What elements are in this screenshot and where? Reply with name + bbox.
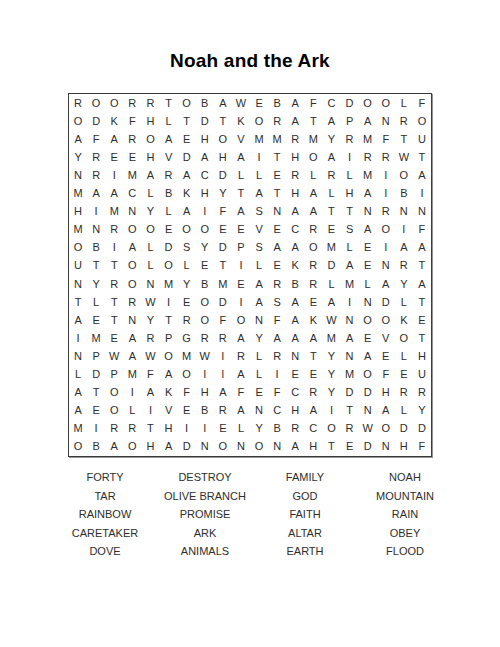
grid-cell: R (268, 347, 286, 365)
grid-cell: O (377, 311, 395, 329)
grid-cell: A (341, 329, 359, 347)
grid-cell: E (87, 402, 105, 420)
grid-cell: T (395, 130, 413, 148)
grid-cell: U (69, 257, 87, 275)
grid-cell: N (232, 438, 250, 456)
grid-cell: N (123, 311, 141, 329)
grid-cell: A (286, 311, 304, 329)
grid-cell: F (232, 384, 250, 402)
grid-cell: T (413, 257, 431, 275)
grid-cell: I (377, 239, 395, 257)
grid-cell: T (413, 148, 431, 166)
grid-cell: Y (250, 329, 268, 347)
grid-cell: O (69, 239, 87, 257)
grid-cell: L (178, 257, 196, 275)
grid-cell: G (178, 329, 196, 347)
grid-cell: H (141, 148, 159, 166)
grid-cell: L (250, 366, 268, 384)
grid-cell: O (377, 221, 395, 239)
grid-cell: N (141, 275, 159, 293)
word-list-item: FLOOD (355, 542, 455, 561)
grid-cell: B (160, 185, 178, 203)
grid-cell: R (304, 275, 322, 293)
grid-cell: N (359, 402, 377, 420)
grid-cell: O (123, 275, 141, 293)
grid-cell: I (141, 402, 159, 420)
grid-cell: N (250, 402, 268, 420)
grid-cell: A (322, 293, 340, 311)
grid-cell: O (359, 311, 377, 329)
grid-cell: N (286, 347, 304, 365)
grid-cell: V (232, 130, 250, 148)
grid-cell: A (304, 402, 322, 420)
grid-cell: A (196, 148, 214, 166)
grid-cell: I (377, 185, 395, 203)
grid-cell: M (322, 329, 340, 347)
grid-cell: E (214, 420, 232, 438)
grid-cell: M (69, 221, 87, 239)
grid-cell: N (395, 203, 413, 221)
grid-cell: O (304, 148, 322, 166)
grid-cell: R (341, 420, 359, 438)
grid-cell: L (250, 257, 268, 275)
grid-cell: O (69, 112, 87, 130)
grid-cell: A (268, 329, 286, 347)
grid-cell: Y (141, 311, 159, 329)
grid-cell: Y (214, 185, 232, 203)
word-list-item: OLIVE BRANCH (155, 487, 255, 506)
grid-cell: H (160, 420, 178, 438)
grid-cell: E (268, 221, 286, 239)
grid-cell: U (413, 130, 431, 148)
grid-cell: A (123, 347, 141, 365)
grid-cell: D (178, 438, 196, 456)
grid-cell: O (105, 94, 123, 112)
grid-cell: H (286, 402, 304, 420)
word-list-item: MOUNTAIN (355, 487, 455, 506)
grid-cell: A (377, 402, 395, 420)
grid-cell: D (214, 166, 232, 184)
grid-cell: D (359, 384, 377, 402)
grid-cell: A (341, 257, 359, 275)
grid-cell: M (87, 329, 105, 347)
grid-cell: N (359, 203, 377, 221)
grid-cell: V (160, 148, 178, 166)
grid-cell: R (268, 112, 286, 130)
word-list-column: FORTYTARRAINBOWCARETAKERDOVE (55, 468, 155, 561)
grid-cell: K (178, 185, 196, 203)
grid-cell: L (322, 275, 340, 293)
grid-cell: D (322, 257, 340, 275)
grid-cell: L (341, 166, 359, 184)
grid-cell: O (250, 112, 268, 130)
grid-cell: A (286, 94, 304, 112)
grid-cell: F (413, 221, 431, 239)
grid-cell: N (377, 257, 395, 275)
grid-cell: H (377, 384, 395, 402)
grid-cell: B (395, 185, 413, 203)
grid-cell: M (322, 239, 340, 257)
grid-cell: E (196, 257, 214, 275)
grid-cell: E (178, 293, 196, 311)
grid-cell: D (341, 94, 359, 112)
grid-cell: O (395, 329, 413, 347)
grid-cell: T (341, 402, 359, 420)
grid-cell: C (268, 402, 286, 420)
grid-cell: C (123, 185, 141, 203)
grid-cell: E (250, 384, 268, 402)
grid-cell: I (123, 384, 141, 402)
grid-cell: T (87, 384, 105, 402)
grid-cell: A (359, 347, 377, 365)
grid-cell: H (286, 148, 304, 166)
grid-cell: N (268, 438, 286, 456)
grid-cell: T (413, 293, 431, 311)
grid-cell: D (87, 112, 105, 130)
grid-cell: O (322, 420, 340, 438)
grid-cell: R (87, 166, 105, 184)
grid-cell: V (160, 402, 178, 420)
grid-cell: O (123, 438, 141, 456)
grid-cell: N (359, 293, 377, 311)
word-list: FORTYTARRAINBOWCARETAKERDOVEDESTROYOLIVE… (55, 468, 455, 561)
grid-cell: Y (250, 420, 268, 438)
grid-cell: I (87, 420, 105, 438)
grid-cell: V (250, 221, 268, 239)
grid-cell: L (123, 402, 141, 420)
grid-cell: W (322, 311, 340, 329)
grid-cell: K (232, 112, 250, 130)
grid-cell: I (87, 203, 105, 221)
grid-cell: A (105, 438, 123, 456)
grid-cell: W (232, 94, 250, 112)
grid-cell: Y (141, 203, 159, 221)
grid-cell: R (377, 148, 395, 166)
grid-cell: M (341, 275, 359, 293)
grid-cell: M (69, 185, 87, 203)
grid-cell: I (232, 293, 250, 311)
grid-cell: D (214, 293, 232, 311)
grid-cell: Y (322, 366, 340, 384)
grid-cell: A (160, 366, 178, 384)
grid-cell: R (304, 384, 322, 402)
grid-cell: I (250, 148, 268, 166)
grid-cell: R (214, 329, 232, 347)
grid-cell: L (395, 347, 413, 365)
grid-cell: E (178, 130, 196, 148)
word-search-grid-cells: ROORRTOBAWEBAFCDOOLFODKFHLTDTKORATAPANRO… (69, 94, 431, 456)
grid-cell: O (69, 438, 87, 456)
grid-cell: O (232, 311, 250, 329)
grid-cell: F (87, 130, 105, 148)
grid-cell: B (196, 402, 214, 420)
grid-cell: S (250, 203, 268, 221)
grid-cell: T (214, 112, 232, 130)
grid-cell: M (268, 130, 286, 148)
grid-cell: H (214, 148, 232, 166)
word-list-item: RAINBOW (55, 505, 155, 524)
grid-cell: O (196, 311, 214, 329)
grid-cell: R (196, 329, 214, 347)
grid-cell: A (413, 166, 431, 184)
grid-cell: E (359, 329, 377, 347)
grid-cell: A (359, 185, 377, 203)
grid-cell: D (359, 438, 377, 456)
grid-cell: A (359, 112, 377, 130)
grid-cell: R (105, 420, 123, 438)
grid-cell: U (413, 366, 431, 384)
grid-cell: W (395, 148, 413, 166)
grid-cell: A (105, 185, 123, 203)
grid-cell: E (413, 311, 431, 329)
grid-cell: E (214, 221, 232, 239)
grid-cell: I (377, 166, 395, 184)
grid-cell: W (105, 347, 123, 365)
grid-cell: I (413, 185, 431, 203)
grid-cell: E (322, 221, 340, 239)
grid-cell: K (304, 311, 322, 329)
grid-cell: H (196, 384, 214, 402)
grid-cell: Y (322, 384, 340, 402)
grid-cell: L (395, 293, 413, 311)
grid-cell: R (141, 94, 159, 112)
grid-cell: O (196, 293, 214, 311)
grid-cell: A (286, 438, 304, 456)
grid-cell: R (123, 420, 141, 438)
grid-cell: A (250, 293, 268, 311)
grid-cell: F (141, 366, 159, 384)
grid-cell: E (268, 166, 286, 184)
grid-cell: F (268, 311, 286, 329)
grid-cell: D (87, 366, 105, 384)
grid-cell: W (359, 420, 377, 438)
grid-cell: A (359, 221, 377, 239)
grid-cell: F (377, 130, 395, 148)
grid-cell: A (250, 275, 268, 293)
grid-cell: L (141, 185, 159, 203)
grid-cell: B (268, 94, 286, 112)
word-list-item: ARK (155, 524, 255, 543)
grid-cell: D (214, 239, 232, 257)
grid-cell: A (286, 203, 304, 221)
grid-cell: T (214, 257, 232, 275)
word-list-item: PROMISE (155, 505, 255, 524)
grid-cell: A (214, 384, 232, 402)
grid-cell: C (286, 221, 304, 239)
grid-cell: E (232, 275, 250, 293)
grid-cell: H (141, 112, 159, 130)
grid-cell: O (105, 402, 123, 420)
grid-cell: A (69, 402, 87, 420)
grid-cell: A (178, 166, 196, 184)
grid-cell: A (232, 203, 250, 221)
grid-cell: I (178, 420, 196, 438)
grid-cell: I (395, 221, 413, 239)
grid-cell: A (413, 275, 431, 293)
grid-cell: V (377, 329, 395, 347)
grid-cell: A (69, 130, 87, 148)
grid-cell: M (105, 203, 123, 221)
word-list-item: FORTY (55, 468, 155, 487)
grid-cell: O (141, 130, 159, 148)
grid-cell: L (322, 185, 340, 203)
grid-cell: O (250, 438, 268, 456)
grid-cell: I (232, 257, 250, 275)
grid-cell: M (250, 130, 268, 148)
grid-cell: R (286, 130, 304, 148)
grid-cell: H (196, 185, 214, 203)
grid-cell: O (359, 94, 377, 112)
grid-cell: N (377, 112, 395, 130)
grid-cell: Y (322, 347, 340, 365)
grid-cell: A (123, 329, 141, 347)
grid-cell: O (87, 94, 105, 112)
grid-cell: M (304, 130, 322, 148)
grid-cell: L (141, 257, 159, 275)
grid-cell: C (286, 384, 304, 402)
grid-cell: H (69, 203, 87, 221)
grid-cell: T (105, 257, 123, 275)
grid-cell: F (413, 438, 431, 456)
grid-cell: E (160, 221, 178, 239)
grid-cell: E (105, 329, 123, 347)
grid-cell: E (123, 148, 141, 166)
grid-cell: A (286, 293, 304, 311)
grid-cell: F (268, 384, 286, 402)
grid-cell: R (123, 293, 141, 311)
grid-cell: S (178, 239, 196, 257)
grid-cell: I (69, 329, 87, 347)
grid-cell: S (250, 239, 268, 257)
grid-cell: R (286, 166, 304, 184)
grid-cell: A (395, 239, 413, 257)
grid-cell: M (359, 130, 377, 148)
grid-cell: D (196, 112, 214, 130)
grid-cell: O (178, 94, 196, 112)
grid-cell: Y (322, 130, 340, 148)
grid-cell: L (160, 112, 178, 130)
grid-cell: E (250, 94, 268, 112)
grid-cell: I (105, 166, 123, 184)
grid-cell: E (87, 311, 105, 329)
grid-cell: I (160, 293, 178, 311)
grid-cell: P (341, 112, 359, 130)
grid-cell: C (304, 420, 322, 438)
grid-cell: E (178, 402, 196, 420)
word-list-item: ALTAR (255, 524, 355, 543)
grid-cell: T (304, 347, 322, 365)
grid-cell: R (395, 257, 413, 275)
puzzle-page: Noah and the Ark ROORRTOBAWEBAFCDOOLFODK… (0, 0, 500, 647)
grid-cell: T (341, 203, 359, 221)
grid-cell: O (123, 257, 141, 275)
grid-cell: E (232, 221, 250, 239)
grid-cell: A (141, 384, 159, 402)
grid-cell: I (105, 239, 123, 257)
grid-cell: K (395, 311, 413, 329)
grid-cell: A (304, 203, 322, 221)
grid-cell: A (286, 112, 304, 130)
word-list-column: FAMILYGODFAITHALTAREARTH (255, 468, 355, 561)
grid-cell: I (196, 420, 214, 438)
grid-cell: A (232, 366, 250, 384)
word-list-item: NOAH (355, 468, 455, 487)
grid-cell: M (359, 166, 377, 184)
grid-cell: D (178, 148, 196, 166)
grid-cell: T (268, 185, 286, 203)
grid-cell: O (160, 347, 178, 365)
grid-cell: E (304, 366, 322, 384)
grid-cell: N (413, 203, 431, 221)
grid-cell: B (268, 420, 286, 438)
grid-cell: O (141, 221, 159, 239)
grid-cell: L (69, 366, 87, 384)
grid-cell: O (395, 166, 413, 184)
grid-cell: L (232, 420, 250, 438)
word-list-item: GOD (255, 487, 355, 506)
grid-cell: R (69, 94, 87, 112)
grid-cell: T (413, 329, 431, 347)
grid-cell: F (123, 112, 141, 130)
grid-cell: M (69, 420, 87, 438)
grid-cell: N (250, 311, 268, 329)
grid-cell: R (304, 221, 322, 239)
grid-cell: T (141, 420, 159, 438)
grid-cell: N (69, 166, 87, 184)
grid-cell: A (304, 185, 322, 203)
grid-cell: B (87, 239, 105, 257)
grid-cell: Y (69, 148, 87, 166)
grid-cell: B (196, 94, 214, 112)
grid-cell: B (87, 438, 105, 456)
grid-cell: S (268, 293, 286, 311)
grid-cell: A (141, 166, 159, 184)
grid-cell: Y (87, 275, 105, 293)
grid-cell: T (322, 438, 340, 456)
grid-cell: M (123, 366, 141, 384)
grid-cell: A (178, 203, 196, 221)
grid-cell: L (160, 203, 178, 221)
grid-cell: K (160, 384, 178, 402)
grid-cell: D (341, 384, 359, 402)
grid-cell: P (160, 329, 178, 347)
grid-cell: L (87, 293, 105, 311)
grid-cell: A (69, 311, 87, 329)
grid-cell: H (196, 130, 214, 148)
grid-cell: E (377, 347, 395, 365)
grid-cell: N (69, 275, 87, 293)
grid-cell: I (214, 347, 232, 365)
word-list-item: RAIN (355, 505, 455, 524)
grid-cell: E (105, 148, 123, 166)
grid-cell: D (160, 239, 178, 257)
grid-cell: L (341, 239, 359, 257)
grid-cell: L (304, 166, 322, 184)
grid-cell: O (214, 438, 232, 456)
grid-cell: P (232, 239, 250, 257)
grid-cell: M (123, 166, 141, 184)
grid-cell: N (123, 203, 141, 221)
grid-cell: E (268, 257, 286, 275)
grid-cell: L (141, 239, 159, 257)
grid-cell: T (160, 311, 178, 329)
grid-cell: A (232, 329, 250, 347)
grid-cell: Y (178, 275, 196, 293)
grid-cell: O (214, 130, 232, 148)
grid-cell: L (250, 347, 268, 365)
grid-cell: A (232, 148, 250, 166)
grid-cell: O (160, 257, 178, 275)
